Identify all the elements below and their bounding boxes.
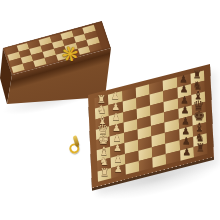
chess-set-photo: ❋ ♜♞♝♛♚♝♞♜♟♟♟♟♟♟♟♟♟♟♟♟♟♟♟♟♜♞♝♛♚♝♞♜ xyxy=(0,0,220,220)
square xyxy=(139,157,153,171)
square xyxy=(152,154,166,168)
square xyxy=(193,143,207,157)
square xyxy=(166,150,180,164)
square xyxy=(98,168,112,182)
square xyxy=(111,164,125,178)
square xyxy=(125,161,139,175)
square xyxy=(180,147,194,161)
square xyxy=(89,43,102,52)
